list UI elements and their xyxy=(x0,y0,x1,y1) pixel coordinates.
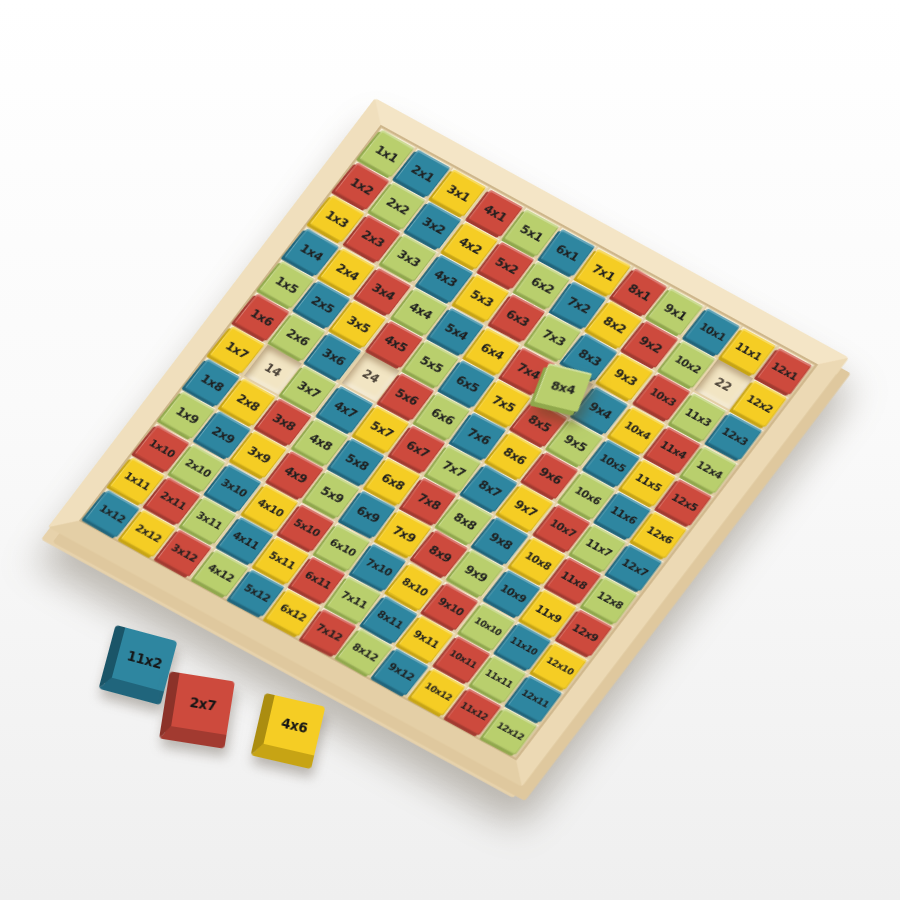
cube-label: 11x10 xyxy=(508,636,539,657)
cube-label: 12x2 xyxy=(744,394,774,415)
cube-label: 5x8 xyxy=(343,452,371,473)
cube-label: 9x3 xyxy=(612,367,640,388)
cube-label: 1x3 xyxy=(323,209,351,230)
cube-label: 6x11 xyxy=(303,569,333,590)
cube-label: 10x12 xyxy=(422,681,453,702)
cube-label: 10x11 xyxy=(447,648,478,669)
cube-label: 11x8 xyxy=(559,570,589,591)
cube-label: 3x2 xyxy=(420,216,448,237)
cube-label: 6x8 xyxy=(379,471,407,491)
cube-label: 12x3 xyxy=(719,426,749,447)
cube-label: 2x3 xyxy=(359,228,387,249)
cube-label: 5x4 xyxy=(443,321,471,342)
cube-label: 12x8 xyxy=(595,590,625,611)
cube-label: 6x4 xyxy=(479,341,507,361)
cube-label: 4x9 xyxy=(282,464,310,485)
cube-label: 12x1 xyxy=(769,361,799,382)
cube-label: 10x3 xyxy=(647,387,677,409)
cube-label: 5x1 xyxy=(518,222,546,243)
cube-label: 4x12 xyxy=(206,562,236,583)
cube-label: 9x8 xyxy=(488,531,516,552)
cube-label: 1x2 xyxy=(348,176,376,197)
cube-label: 10x7 xyxy=(547,517,577,539)
cube-label: 8x11 xyxy=(375,609,405,631)
cube-label: 6x6 xyxy=(429,406,457,426)
cube-label: 10x10 xyxy=(472,616,503,637)
cube-label: 11x4 xyxy=(658,439,688,460)
cube-label: 8x2 xyxy=(601,314,629,335)
cube-label: 10x4 xyxy=(622,419,652,441)
cube-label: 9x9 xyxy=(463,563,491,584)
cube-label: 2x7 xyxy=(189,694,217,714)
cube-label: 2x9 xyxy=(210,425,238,446)
cube-label: 10x5 xyxy=(597,452,627,474)
cube-label: 4x1 xyxy=(481,203,509,224)
cube-label: 11x11 xyxy=(483,668,514,689)
cube-label: 4x2 xyxy=(457,235,485,256)
cube-label: 11x3 xyxy=(683,406,713,427)
cube-label: 6x1 xyxy=(554,242,582,262)
cube-label: 9x11 xyxy=(412,628,442,650)
cube-label: 5x7 xyxy=(368,419,396,440)
cube-label: 3x8 xyxy=(271,412,299,433)
cube-label: 5x12 xyxy=(242,582,272,603)
cube-label: 2x6 xyxy=(284,327,312,348)
cube-label: 8x3 xyxy=(576,347,604,368)
cube-label: 4x3 xyxy=(432,268,460,289)
cube-label: 12x6 xyxy=(645,524,675,545)
cube-label: 1x4 xyxy=(298,241,326,262)
cube-label: 3x7 xyxy=(296,379,324,400)
cube-label: 5x3 xyxy=(468,288,496,309)
cube-label: 10x6 xyxy=(572,485,602,507)
loose-cube-2x7[interactable]: 2x7 xyxy=(159,671,235,748)
cube-label: 10x2 xyxy=(672,354,702,376)
cube-label: 6x2 xyxy=(529,275,557,295)
cube-label: 12x5 xyxy=(670,492,700,513)
board-grid: 1x12x13x14x15x16x17x18x19x110x111x112x11… xyxy=(79,125,818,760)
cube-label: 8x9 xyxy=(426,544,454,565)
cube-label: 7x11 xyxy=(339,589,369,610)
loose-cube-4x6[interactable]: 4x6 xyxy=(251,693,326,769)
cube-label: 12x10 xyxy=(544,656,575,677)
cube-label: 9x6 xyxy=(537,465,565,486)
cube-label: 11x6 xyxy=(608,505,638,526)
cube-label: 1x1 xyxy=(373,143,401,164)
cube-label: 3x6 xyxy=(321,346,349,367)
cube-label: 7x4 xyxy=(515,360,543,380)
cube-label: 5x5 xyxy=(418,353,446,374)
cube-label: 11x7 xyxy=(584,537,614,558)
cube-label: 3x3 xyxy=(395,248,423,269)
cube-label: 12x12 xyxy=(495,721,526,742)
cube-label: 7x8 xyxy=(415,491,443,511)
cube-label: 1x7 xyxy=(223,339,251,360)
cube-label: 2x10 xyxy=(183,457,213,479)
cube-label: 2x4 xyxy=(334,261,362,282)
scene-background: 1x12x13x14x15x16x17x18x19x110x111x112x11… xyxy=(0,0,900,900)
cube-label: 11x2 xyxy=(126,647,164,672)
cube-label: 8x5 xyxy=(526,413,554,434)
cube-label: 9x7 xyxy=(513,498,541,519)
cube-label: 10x1 xyxy=(697,321,727,343)
cube-label: 11x12 xyxy=(458,701,489,722)
cube-label: 5x2 xyxy=(493,255,521,276)
cube-label: 5x10 xyxy=(292,517,322,538)
cube-label: 1x9 xyxy=(173,405,201,426)
cube-label: 7x10 xyxy=(364,556,394,577)
cube-label: 4x7 xyxy=(332,399,360,420)
cube-label: 7x7 xyxy=(440,459,468,479)
cube-label: 4x8 xyxy=(307,432,335,453)
cube-label: 2x1 xyxy=(409,163,437,184)
cube-label: 7x3 xyxy=(540,328,568,348)
cube-label: 3x11 xyxy=(195,510,225,532)
cube-label: 12x4 xyxy=(694,459,724,480)
cube-label: 7x1 xyxy=(590,262,618,282)
cube-label: 11x5 xyxy=(633,472,663,493)
cube-label: 6x3 xyxy=(504,308,532,328)
cube-label: 5x11 xyxy=(267,549,297,570)
cube-label: 3x12 xyxy=(170,542,200,564)
cube-label: 4x11 xyxy=(231,530,261,551)
cube-label: 12x9 xyxy=(570,623,600,644)
cube-label: 7x9 xyxy=(390,524,418,544)
cube-label: 1x8 xyxy=(198,372,226,393)
cube-label: 7x12 xyxy=(314,622,344,643)
cube-label: 8x10 xyxy=(400,576,430,598)
cube-label: 5x6 xyxy=(393,386,421,407)
cube-label: 9x12 xyxy=(387,661,417,683)
cube-label: 1x5 xyxy=(273,274,301,295)
cube-label: 8x7 xyxy=(476,478,504,499)
cube-label: 12x7 xyxy=(620,557,650,578)
cube-label: 2x12 xyxy=(134,523,164,545)
cube-label: 2x11 xyxy=(159,490,189,512)
cube-label: 1x6 xyxy=(248,307,276,328)
cube-label: 9x1 xyxy=(662,302,690,323)
cube-label: 8x6 xyxy=(501,445,529,466)
cube-label: 9x2 xyxy=(637,334,665,355)
cube-label: 4x6 xyxy=(280,715,309,737)
cube-label: 6x7 xyxy=(404,439,432,459)
cube-label: 10x9 xyxy=(498,583,528,605)
cube-label: 1x10 xyxy=(147,437,177,459)
cube-label: 8x8 xyxy=(451,511,479,532)
cube-label: 4x10 xyxy=(256,497,286,518)
cube-label: 11x9 xyxy=(534,603,564,624)
cube-label: 8x4 xyxy=(550,379,578,395)
cube-label: 12x11 xyxy=(520,688,551,709)
cube-label: 9x10 xyxy=(436,596,466,618)
cube-label: 1x12 xyxy=(97,503,127,525)
cube-label: 5x9 xyxy=(318,484,346,505)
cube-label: 4x4 xyxy=(407,301,435,322)
cube-label: 2x5 xyxy=(309,294,337,315)
cube-label: 7x6 xyxy=(465,426,493,446)
cube-label: 6x12 xyxy=(278,602,308,623)
cube-label: 3x4 xyxy=(370,281,398,302)
cube-label: 7x5 xyxy=(490,393,518,413)
cube-label: 6x10 xyxy=(328,537,358,558)
cube-label: 11x1 xyxy=(733,341,763,362)
cube-label: 4x5 xyxy=(382,334,410,355)
cube-label: 2x8 xyxy=(235,392,263,413)
cube-label: 3x1 xyxy=(445,183,473,204)
cube-label: 2x2 xyxy=(384,196,412,217)
cube-label: 6x9 xyxy=(354,504,382,524)
cube-label: 8x1 xyxy=(626,282,654,303)
cube-label: 3x10 xyxy=(220,477,250,499)
cube-label: 7x2 xyxy=(565,295,593,315)
cube-label: 9x5 xyxy=(562,432,590,453)
cube-label: 3x5 xyxy=(346,314,374,335)
cube-label: 10x8 xyxy=(522,550,552,572)
cube-label: 6x5 xyxy=(454,373,482,393)
cube-label: 3x9 xyxy=(246,445,274,466)
cube-label: 1x11 xyxy=(122,470,152,492)
cube-label: 9x4 xyxy=(587,400,615,421)
cube-label: 8x12 xyxy=(350,641,380,663)
